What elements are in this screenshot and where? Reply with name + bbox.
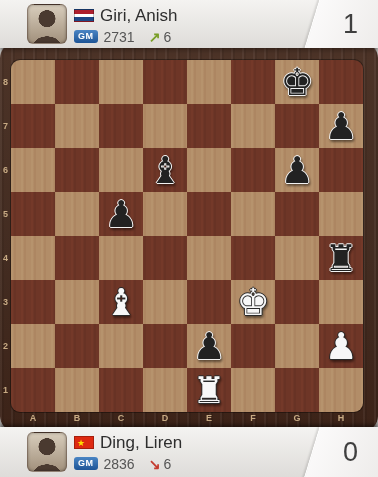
file-label-c: C — [99, 413, 143, 423]
rating-bottom: 2836 — [104, 456, 135, 472]
player-photo-bottom — [27, 432, 67, 472]
square-f5[interactable] — [231, 192, 275, 236]
piece-bP-g6[interactable]: ♟ — [275, 148, 319, 192]
rating-change-bottom: 6 — [163, 456, 171, 472]
netherlands-flag-icon — [74, 9, 94, 22]
square-b3[interactable] — [55, 280, 99, 324]
piece-bK-g8[interactable]: ♚ — [275, 60, 319, 104]
china-flag-icon: ★ — [74, 436, 94, 449]
player-bar-bottom: ★ Ding, Liren GM 2836 ↘ 6 0 — [0, 427, 378, 477]
score-wedge-bottom — [304, 427, 378, 477]
rating-up-arrow-icon: ↗ — [149, 29, 161, 45]
square-f6[interactable] — [231, 148, 275, 192]
square-b6[interactable] — [55, 148, 99, 192]
rank-label-5: 5 — [0, 192, 11, 236]
player-photo-top — [27, 4, 67, 44]
title-badge-bottom: GM — [74, 457, 98, 470]
square-g1[interactable] — [275, 368, 319, 412]
square-d8[interactable] — [143, 60, 187, 104]
square-f1[interactable] — [231, 368, 275, 412]
square-a4[interactable] — [11, 236, 55, 280]
file-label-f: F — [231, 413, 275, 423]
rank-label-7: 7 — [0, 104, 11, 148]
piece-wB-c3[interactable]: ♝ — [99, 280, 143, 324]
square-c1[interactable] — [99, 368, 143, 412]
square-h3[interactable] — [319, 280, 363, 324]
square-f7[interactable] — [231, 104, 275, 148]
square-d3[interactable] — [143, 280, 187, 324]
square-a1[interactable] — [11, 368, 55, 412]
square-a2[interactable] — [11, 324, 55, 368]
piece-bP-c5[interactable]: ♟ — [99, 192, 143, 236]
square-c6[interactable] — [99, 148, 143, 192]
square-c4[interactable] — [99, 236, 143, 280]
square-a6[interactable] — [11, 148, 55, 192]
square-b8[interactable] — [55, 60, 99, 104]
file-label-g: G — [275, 413, 319, 423]
rating-top: 2731 — [104, 29, 135, 45]
piece-bP-h7[interactable]: ♟ — [319, 104, 363, 148]
file-label-d: D — [143, 413, 187, 423]
score-wedge-top — [304, 0, 378, 48]
piece-bP-e2[interactable]: ♟ — [187, 324, 231, 368]
square-e3[interactable] — [187, 280, 231, 324]
square-f4[interactable] — [231, 236, 275, 280]
square-e4[interactable] — [187, 236, 231, 280]
square-d1[interactable] — [143, 368, 187, 412]
file-label-a: A — [11, 413, 55, 423]
piece-wR-e1[interactable]: ♜ — [187, 368, 231, 412]
rating-change-top: 6 — [163, 29, 171, 45]
rank-label-4: 4 — [0, 236, 11, 280]
piece-wK-f3[interactable]: ♚ — [231, 280, 275, 324]
score-top: 1 — [343, 9, 358, 40]
square-b1[interactable] — [55, 368, 99, 412]
square-d5[interactable] — [143, 192, 187, 236]
square-e7[interactable] — [187, 104, 231, 148]
square-c7[interactable] — [99, 104, 143, 148]
rank-label-8: 8 — [0, 60, 11, 104]
score-bottom: 0 — [343, 437, 358, 468]
game-viewer: ABCDEFGH87654321 Giri, Anish GM 2731 ↗ 6… — [0, 0, 378, 477]
square-e8[interactable] — [187, 60, 231, 104]
rank-label-3: 3 — [0, 280, 11, 324]
square-h1[interactable] — [319, 368, 363, 412]
square-g5[interactable] — [275, 192, 319, 236]
rank-label-6: 6 — [0, 148, 11, 192]
square-d4[interactable] — [143, 236, 187, 280]
player-bar-top: Giri, Anish GM 2731 ↗ 6 1 — [0, 0, 378, 48]
square-g3[interactable] — [275, 280, 319, 324]
square-g7[interactable] — [275, 104, 319, 148]
square-b7[interactable] — [55, 104, 99, 148]
square-g4[interactable] — [275, 236, 319, 280]
square-h5[interactable] — [319, 192, 363, 236]
square-c8[interactable] — [99, 60, 143, 104]
square-g2[interactable] — [275, 324, 319, 368]
square-a5[interactable] — [11, 192, 55, 236]
player-name-top: Giri, Anish — [100, 6, 177, 26]
square-b2[interactable] — [55, 324, 99, 368]
file-label-e: E — [187, 413, 231, 423]
square-e6[interactable] — [187, 148, 231, 192]
piece-wP-h2[interactable]: ♟ — [319, 324, 363, 368]
square-b5[interactable] — [55, 192, 99, 236]
title-badge-top: GM — [74, 30, 98, 43]
square-c2[interactable] — [99, 324, 143, 368]
square-f2[interactable] — [231, 324, 275, 368]
square-b4[interactable] — [55, 236, 99, 280]
rank-label-1: 1 — [0, 368, 11, 412]
square-f8[interactable] — [231, 60, 275, 104]
rank-label-2: 2 — [0, 324, 11, 368]
rating-down-arrow-icon: ↘ — [149, 456, 161, 472]
square-e5[interactable] — [187, 192, 231, 236]
square-a7[interactable] — [11, 104, 55, 148]
player-name-bottom: Ding, Liren — [100, 433, 182, 453]
square-a3[interactable] — [11, 280, 55, 324]
square-d7[interactable] — [143, 104, 187, 148]
file-label-h: H — [319, 413, 363, 423]
square-h8[interactable] — [319, 60, 363, 104]
piece-bR-h4[interactable]: ♜ — [319, 236, 363, 280]
square-d2[interactable] — [143, 324, 187, 368]
square-h6[interactable] — [319, 148, 363, 192]
square-a8[interactable] — [11, 60, 55, 104]
file-label-b: B — [55, 413, 99, 423]
piece-bB-d6[interactable]: ♝ — [143, 148, 187, 192]
